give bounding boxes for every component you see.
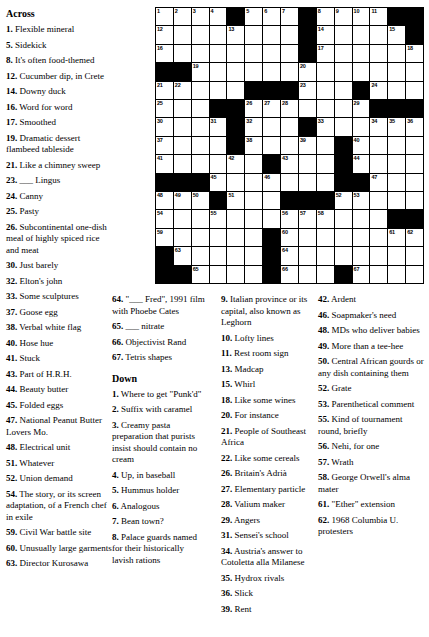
grid-cell[interactable] [406,63,423,80]
cell-number: 4 [211,8,214,15]
cell-number: 46 [264,174,270,181]
grid-cell-black [406,8,423,25]
grid-cell[interactable]: 30 [156,118,173,135]
grid-cell[interactable]: 17 [317,45,334,62]
clue-text: ___ Lingus [17,175,60,185]
grid-cell[interactable] [406,155,423,172]
grid-cell[interactable]: 36 [406,118,423,135]
grid-cell[interactable]: 51 [227,192,244,209]
grid-cell[interactable]: 13 [227,26,244,43]
clue-text: Word for word [17,102,72,112]
grid-cell[interactable] [406,247,423,264]
grid-cell[interactable] [263,137,280,154]
grid-cell[interactable] [370,229,387,246]
grid-cell[interactable]: 41 [156,155,173,172]
grid-cell[interactable]: 52 [335,192,352,209]
grid-cell[interactable]: 9 [335,8,352,25]
grid-cell[interactable]: 62 [406,229,423,246]
grid-cell[interactable] [227,45,244,62]
grid-cell[interactable]: 26 [245,100,262,117]
grid-cell[interactable]: 48 [156,192,173,209]
grid-cell-black [263,266,280,283]
clue-across-65: 65. ___ nitrate [112,321,206,333]
clue-down-11: 11. Rest room sign [221,348,320,360]
grid-cell[interactable] [335,229,352,246]
clue-down-20: 20. For instance [221,410,320,422]
clue-number: 38. [6,322,17,332]
grid-cell-black [263,229,280,246]
grid-cell[interactable] [370,210,387,227]
cell-number: 11 [371,8,376,15]
grid-cell[interactable] [317,229,334,246]
down-header: Down [112,373,206,385]
cell-number: 29 [354,100,360,107]
grid-cell[interactable] [210,266,227,283]
grid-cell[interactable] [192,210,209,227]
clue-number: 9. [221,294,228,304]
grid-cell[interactable] [210,247,227,264]
clue-down-2: 2. Suffix with caramel [112,404,206,416]
grid-cell[interactable] [299,247,316,264]
grid-cell[interactable] [192,100,209,117]
clue-number: 40. [6,338,17,348]
grid-cell[interactable]: 2 [174,8,191,25]
grid-cell[interactable] [299,155,316,172]
clue-number: 20. [221,410,232,420]
grid-cell[interactable] [335,63,352,80]
clue-number: 52. [6,473,17,483]
grid-cell[interactable] [335,100,352,117]
grid-cell[interactable] [227,247,244,264]
grid-cell[interactable]: 63 [174,247,191,264]
clue-across-26: 26. Subcontinental one-dish meal of high… [6,222,112,257]
cell-number: 67 [354,266,360,273]
grid-cell[interactable]: 32 [245,118,262,135]
grid-cell-black [317,192,334,209]
grid-cell[interactable]: 12 [156,26,173,43]
grid-cell[interactable] [210,137,227,154]
grid-cell[interactable] [335,118,352,135]
cell-number: 48 [157,192,163,199]
grid-cell-black [227,100,244,117]
grid-cell[interactable] [370,192,387,209]
grid-cell[interactable] [281,63,298,80]
clue-number: 36. [221,588,232,598]
grid-cell[interactable]: 61 [388,229,405,246]
grid-cell[interactable]: 59 [156,229,173,246]
grid-cell[interactable] [370,266,387,283]
cell-number: 35 [389,118,395,125]
grid-cell[interactable] [174,118,191,135]
grid-cell[interactable] [245,210,262,227]
grid-cell[interactable] [388,137,405,154]
clue-down-8: 8. Palace guards named for their histori… [112,532,206,567]
clue-across-17: 17. Smoothed [6,117,112,129]
clue-number: 17. [6,117,17,127]
grid-cell[interactable]: 34 [370,118,387,135]
grid-cell[interactable]: 6 [263,8,280,25]
grid-cell[interactable] [299,174,316,191]
clue-number: 22. [221,453,232,463]
grid-cell-black [335,266,352,283]
grid-cell[interactable]: 21 [156,82,173,99]
grid-cell-black [156,247,173,264]
grid-cell[interactable] [353,45,370,62]
grid-cell-black [174,174,191,191]
grid-cell[interactable]: 64 [281,247,298,264]
clue-across-14: 14. Downy duck [6,86,112,98]
cell-number: 22 [175,82,181,89]
grid-cell[interactable]: 19 [192,63,209,80]
grid-cell[interactable] [317,82,334,99]
clue-across-48: 48. Electrical unit [6,442,112,454]
grid-cell[interactable] [335,26,352,43]
grid-cell[interactable]: 8 [317,8,334,25]
clue-text: Downy duck [17,86,66,96]
crossword-grid[interactable]: 1234567891011121314151617181920212223242… [155,7,424,284]
clue-number: 6. [112,501,119,511]
clue-number: 28. [221,499,232,509]
grid-cell[interactable]: 47 [370,174,387,191]
clue-text: Verbal white flag [17,322,81,332]
cell-number: 49 [175,192,181,199]
grid-cell[interactable]: 58 [317,210,334,227]
grid-cell[interactable] [335,82,352,99]
clue-text: Goose egg [17,307,58,317]
clue-across-21: 21. Like a chimney sweep [6,160,112,172]
clue-number: 63. [6,558,17,568]
clue-number: 8. [6,55,13,65]
cell-number: 27 [264,100,270,107]
grid-cell[interactable] [406,82,423,99]
clue-number: 65. [112,321,123,331]
clue-down-56: 56. Nehi, for one [318,441,426,453]
clue-number: 61. [318,499,329,509]
grid-cell[interactable]: 46 [263,174,280,191]
grid-cell[interactable]: 18 [406,45,423,62]
grid-cell[interactable] [263,118,280,135]
grid-cell[interactable] [192,82,209,99]
grid-cell[interactable] [353,26,370,43]
grid-cell[interactable] [370,63,387,80]
across-clues-column: Across 1. Flexible mineral5. Sidekick8. … [6,8,112,574]
clue-number: 26. [6,222,17,232]
grid-cell[interactable] [210,63,227,80]
grid-cell[interactable] [353,63,370,80]
clue-text: Flexible mineral [13,24,74,34]
grid-cell[interactable] [335,247,352,264]
grid-cell[interactable] [317,100,334,117]
grid-cell[interactable] [353,229,370,246]
clue-text: Ardent [329,294,356,304]
grid-cell[interactable] [174,100,191,117]
grid-cell[interactable] [317,174,334,191]
grid-cell[interactable] [299,266,316,283]
grid-cell[interactable] [227,82,244,99]
grid-cell[interactable] [245,266,262,283]
clue-text: Britain's Adrià [232,468,287,478]
grid-cell[interactable] [263,26,280,43]
grid-cell[interactable] [227,266,244,283]
grid-cell[interactable]: 33 [317,118,334,135]
bottom-column-3: 42. Ardent46. Soapmaker's need48. MDs wh… [318,294,426,542]
grid-cell[interactable]: 20 [299,63,316,80]
cell-number: 18 [407,45,413,52]
grid-cell[interactable] [317,155,334,172]
grid-cell[interactable] [317,137,334,154]
grid-cell[interactable] [406,137,423,154]
grid-cell[interactable] [281,45,298,62]
cell-number: 43 [282,155,288,162]
clue-down-3: 3. Creamy pasta preparation that purists… [112,420,206,466]
grid-cell[interactable]: 35 [388,118,405,135]
grid-cell[interactable] [370,137,387,154]
grid-cell-black [353,82,370,99]
clue-text: For instance [232,410,279,420]
grid-cell[interactable] [370,45,387,62]
clue-across-44: 44. Beauty butter [6,384,112,396]
grid-cell[interactable] [281,174,298,191]
grid-cell[interactable] [388,82,405,99]
clue-down-7: 7. Bean town? [112,516,206,528]
clue-text: Some sculptures [17,291,79,301]
grid-cell[interactable] [317,247,334,264]
grid-cell[interactable] [245,192,262,209]
grid-cell[interactable]: 5 [245,8,262,25]
grid-cell[interactable]: 23 [299,82,316,99]
grid-cell[interactable]: 49 [174,192,191,209]
clue-down-46: 46. Soapmaker's need [318,310,426,322]
clue-number: 49. [318,341,329,351]
grid-cell[interactable]: 29 [353,100,370,117]
grid-cell[interactable] [192,155,209,172]
grid-cell[interactable] [388,247,405,264]
grid-cell[interactable] [406,266,423,283]
clue-text: Rent [232,604,251,614]
grid-cell[interactable] [353,210,370,227]
grid-cell[interactable] [335,210,352,227]
grid-cell[interactable] [210,26,227,43]
grid-cell[interactable] [406,192,423,209]
clue-text: Hose hue [17,338,53,348]
grid-cell[interactable] [192,137,209,154]
grid-cell[interactable]: 43 [281,155,298,172]
grid-cell[interactable]: 65 [192,266,209,283]
grid-cell[interactable]: 60 [281,229,298,246]
clue-text: Analogous [119,501,160,511]
clue-number: 64. [112,294,123,304]
grid-cell-black [370,100,387,117]
cell-number: 5 [246,8,249,15]
grid-cell[interactable] [210,45,227,62]
grid-cell[interactable]: 57 [299,210,316,227]
grid-cell[interactable] [192,229,209,246]
cell-number: 33 [318,118,324,125]
grid-cell[interactable]: 66 [281,266,298,283]
grid-cell[interactable]: 38 [245,137,262,154]
clue-text: Palace guards named for their historical… [112,532,197,565]
clue-text: Slick [232,588,253,598]
grid-cell[interactable]: 16 [156,45,173,62]
grid-cell[interactable] [388,192,405,209]
clue-text: George Orwell's alma mater [318,472,410,494]
cell-number: 16 [157,45,163,52]
clue-across-23: 23. ___ Lingus [6,175,112,187]
grid-cell-black [263,82,280,99]
grid-cell[interactable] [317,63,334,80]
clue-text: Canny [17,191,43,201]
across-clues-list: 1. Flexible mineral5. Sidekick8. It's of… [6,24,112,570]
grid-cell-black [335,174,352,191]
grid-cell[interactable] [210,155,227,172]
cell-number: 26 [246,100,252,107]
grid-cell[interactable] [174,229,191,246]
clue-number: 10. [221,333,232,343]
clue-number: 21. [6,160,17,170]
grid-cell[interactable] [210,82,227,99]
clue-text: Up, in baseball [119,470,176,480]
clue-number: 1. [112,389,119,399]
grid-cell[interactable]: 40 [353,137,370,154]
grid-cell[interactable]: 22 [174,82,191,99]
clue-text: Electrical unit [17,442,70,452]
clue-text: 1968 Columbia U. protesters [318,515,398,537]
grid-cell[interactable]: 39 [299,137,316,154]
grid-cell[interactable] [281,118,298,135]
grid-cell[interactable]: 56 [281,210,298,227]
clue-down-50: 50. Central African gourds or any dish c… [318,356,426,379]
grid-cell[interactable]: 67 [353,266,370,283]
grid-cell[interactable] [263,192,280,209]
grid-cell-black [281,82,298,99]
grid-cell[interactable]: 27 [263,100,280,117]
clue-number: 55. [318,414,329,424]
cell-number: 62 [407,229,413,236]
grid-cell[interactable]: 4 [210,8,227,25]
grid-cell[interactable] [370,26,387,43]
grid-cell[interactable] [281,26,298,43]
cell-number: 3 [193,8,196,15]
grid-cell[interactable] [388,266,405,283]
grid-cell[interactable] [388,63,405,80]
grid-cell[interactable] [335,45,352,62]
grid-cell[interactable] [227,229,244,246]
grid-cell-black [335,155,352,172]
clue-number: 46. [318,310,329,320]
grid-cell[interactable]: 55 [210,210,227,227]
grid-cell[interactable]: 1 [156,8,173,25]
grid-cell[interactable] [370,247,387,264]
cell-number: 9 [336,8,339,15]
clue-number: 8. [112,532,119,542]
cell-number: 54 [157,210,163,217]
grid-cell[interactable] [353,118,370,135]
grid-cell[interactable] [174,155,191,172]
grid-cell[interactable]: 10 [353,8,370,25]
clue-number: 47. [6,415,17,425]
grid-cell[interactable] [263,63,280,80]
grid-cell[interactable] [210,229,227,246]
grid-cell[interactable] [245,174,262,191]
grid-cell[interactable] [388,174,405,191]
grid-cell[interactable]: 53 [353,192,370,209]
grid-cell[interactable]: 25 [156,100,173,117]
grid-cell[interactable]: 44 [353,155,370,172]
grid-cell[interactable] [299,229,316,246]
cell-number: 59 [157,229,163,236]
clue-number: 26. [221,468,232,478]
grid-cell[interactable] [192,118,209,135]
grid-cell[interactable] [174,26,191,43]
grid-cell[interactable] [263,210,280,227]
grid-cell[interactable] [174,137,191,154]
clue-down-26: 26. Britain's Adrià [221,468,320,480]
clue-number: 30. [6,260,17,270]
grid-cell[interactable]: 3 [192,8,209,25]
grid-cell[interactable] [388,45,405,62]
grid-cell[interactable]: 15 [388,26,405,43]
grid-cell[interactable]: 37 [156,137,173,154]
grid-cell[interactable]: 14 [317,26,334,43]
grid-cell[interactable] [174,45,191,62]
grid-cell[interactable] [192,45,209,62]
grid-cell[interactable] [245,155,262,172]
clue-text: Unusually large garments [17,543,112,553]
grid-cell[interactable]: 7 [281,8,298,25]
clue-text: Suffix with caramel [119,404,193,414]
grid-cell[interactable] [406,174,423,191]
cell-number: 20 [300,63,306,70]
cell-number: 40 [354,137,360,144]
grid-cell[interactable]: 50 [192,192,209,209]
grid-cell[interactable] [245,63,262,80]
grid-cell[interactable]: 28 [281,100,298,117]
grid-cell[interactable]: 24 [370,82,387,99]
grid-cell[interactable] [353,247,370,264]
grid-cell[interactable] [263,45,280,62]
clue-across-30: 30. Just barely [6,260,112,272]
grid-cell[interactable] [245,45,262,62]
clue-number: 2. [112,404,119,414]
grid-cell[interactable] [192,26,209,43]
cell-number: 19 [193,63,199,70]
grid-cell[interactable]: 54 [156,210,173,227]
grid-cell[interactable] [245,26,262,43]
cell-number: 12 [157,26,163,33]
grid-cell[interactable]: 42 [227,155,244,172]
grid-cell[interactable] [192,247,209,264]
grid-cell[interactable] [388,155,405,172]
grid-cell[interactable] [227,63,244,80]
grid-cell[interactable] [174,210,191,227]
grid-cell[interactable] [370,155,387,172]
grid-cell[interactable] [281,137,298,154]
grid-cell[interactable]: 11 [370,8,387,25]
grid-cell[interactable] [227,210,244,227]
grid-cell[interactable] [245,229,262,246]
grid-cell[interactable] [317,266,334,283]
cell-number: 44 [354,155,360,162]
grid-cell[interactable]: 31 [210,118,227,135]
grid-cell[interactable] [227,174,244,191]
grid-cell[interactable] [299,100,316,117]
cell-number: 65 [193,266,199,273]
grid-cell[interactable] [245,247,262,264]
grid-cell[interactable]: 45 [210,174,227,191]
cell-number: 53 [354,192,360,199]
clue-number: 29. [221,515,232,525]
grid-cell-black [210,100,227,117]
